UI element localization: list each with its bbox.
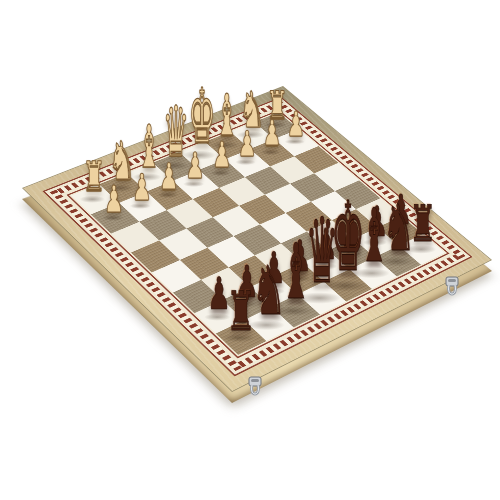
chess-board xyxy=(22,86,492,392)
metal-clasp-icon xyxy=(242,376,268,406)
metal-clasp-icon xyxy=(439,276,465,306)
product-photo-chess-set: ♜♞♝♛♚♝♞♜♟♟♟♟♟♟♟♟♟♟♟♟♟♟♟♟♜♞♝♛♚♝♞♜ xyxy=(0,0,500,500)
